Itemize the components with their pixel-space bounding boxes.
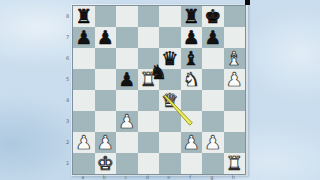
chess-board[interactable]: ♜♜♚♟♟♟♟♛♝♝♟♜♞♟♛♟♟♟♟♟♚♜♞ [72,5,246,175]
square-a8[interactable]: ♜ [73,6,95,27]
rank-label-6: 6 [64,47,71,68]
square-f1[interactable] [181,153,203,174]
square-b1[interactable]: ♚ [95,153,117,174]
black-pawn-f7[interactable]: ♟ [181,27,203,48]
square-c1[interactable] [116,153,138,174]
square-h7[interactable] [224,27,246,48]
square-d1[interactable] [138,153,160,174]
rank-coordinate-labels: 87654321 [64,5,71,173]
square-h6[interactable]: ♝ [224,48,246,69]
square-c6[interactable] [116,48,138,69]
white-pawn-c3[interactable]: ♟ [116,111,138,132]
square-f4[interactable] [181,90,203,111]
square-b6[interactable] [95,48,117,69]
square-c7[interactable] [116,27,138,48]
file-label-d: d [137,173,159,180]
file-label-g: g [201,173,223,180]
square-b8[interactable] [95,6,117,27]
square-e7[interactable] [159,27,181,48]
rank-label-3: 3 [64,110,71,131]
square-d4[interactable] [138,90,160,111]
white-pawn-f2[interactable]: ♟ [181,132,203,153]
square-b5[interactable] [95,69,117,90]
square-h3[interactable] [224,111,246,132]
rank-label-4: 4 [64,89,71,110]
square-b4[interactable] [95,90,117,111]
square-c5[interactable]: ♟ [116,69,138,90]
square-c8[interactable] [116,6,138,27]
black-rook-f8[interactable]: ♜ [181,6,203,27]
square-h4[interactable] [224,90,246,111]
square-g4[interactable] [202,90,224,111]
black-knight-e5[interactable]: ♞ [147,61,169,83]
square-g6[interactable] [202,48,224,69]
square-h1[interactable]: ♜ [224,153,246,174]
square-f3[interactable] [181,111,203,132]
black-pawn-b7[interactable]: ♟ [95,27,117,48]
square-g5[interactable] [202,69,224,90]
white-pawn-b2[interactable]: ♟ [95,132,117,153]
white-pawn-g2[interactable]: ♟ [202,132,224,153]
square-c3[interactable]: ♟ [116,111,138,132]
rank-label-2: 2 [64,131,71,152]
square-g8[interactable]: ♚ [202,6,224,27]
file-label-c: c [115,173,137,180]
rank-label-1: 1 [64,152,71,173]
square-f6[interactable]: ♝ [181,48,203,69]
black-rook-a8[interactable]: ♜ [73,6,95,27]
white-pawn-a2[interactable]: ♟ [73,132,95,153]
square-g3[interactable] [202,111,224,132]
square-e2[interactable] [159,132,181,153]
file-label-a: a [72,173,94,180]
rank-label-5: 5 [64,68,71,89]
white-queen-e4[interactable]: ♛ [159,90,181,111]
square-a6[interactable] [73,48,95,69]
square-a7[interactable]: ♟ [73,27,95,48]
black-pawn-g7[interactable]: ♟ [202,27,224,48]
square-e8[interactable] [159,6,181,27]
square-g2[interactable]: ♟ [202,132,224,153]
file-label-b: b [94,173,116,180]
square-f5[interactable]: ♞ [181,69,203,90]
square-e3[interactable] [159,111,181,132]
black-king-g8[interactable]: ♚ [202,6,224,27]
square-b2[interactable]: ♟ [95,132,117,153]
square-c2[interactable] [116,132,138,153]
square-c4[interactable] [116,90,138,111]
white-knight-f5[interactable]: ♞ [181,69,203,90]
square-e1[interactable] [159,153,181,174]
black-pawn-a7[interactable]: ♟ [73,27,95,48]
square-h2[interactable] [224,132,246,153]
square-f8[interactable]: ♜ [181,6,203,27]
square-d2[interactable] [138,132,160,153]
square-a5[interactable] [73,69,95,90]
square-f2[interactable]: ♟ [181,132,203,153]
file-label-h: h [223,173,245,180]
square-h8[interactable] [224,6,246,27]
white-king-b1[interactable]: ♚ [95,153,117,174]
file-coordinate-labels: abcdefgh [72,173,244,180]
square-d3[interactable] [138,111,160,132]
square-e4[interactable]: ♛ [159,90,181,111]
square-a1[interactable] [73,153,95,174]
file-label-e: e [158,173,180,180]
white-pawn-h5[interactable]: ♟ [224,69,246,90]
black-bishop-f6[interactable]: ♝ [181,48,203,69]
square-g1[interactable] [202,153,224,174]
square-b7[interactable]: ♟ [95,27,117,48]
square-d7[interactable] [138,27,160,48]
white-rook-h1[interactable]: ♜ [224,153,246,174]
file-label-f: f [180,173,202,180]
black-pawn-c5[interactable]: ♟ [116,69,138,90]
square-h5[interactable]: ♟ [224,69,246,90]
square-f7[interactable]: ♟ [181,27,203,48]
square-g7[interactable]: ♟ [202,27,224,48]
square-a4[interactable] [73,90,95,111]
rank-label-8: 8 [64,5,71,26]
white-bishop-h6[interactable]: ♝ [224,48,246,69]
square-a2[interactable]: ♟ [73,132,95,153]
rank-label-7: 7 [64,26,71,47]
square-d8[interactable] [138,6,160,27]
square-a3[interactable] [73,111,95,132]
square-b3[interactable] [95,111,117,132]
side-to-move-indicator [245,0,250,5]
chess-video-frame: 87654321 ♜♜♚♟♟♟♟♛♝♝♟♜♞♟♛♟♟♟♟♟♚♜♞ abcdefg… [0,0,320,180]
